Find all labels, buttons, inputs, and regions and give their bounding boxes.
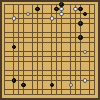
stone-black bbox=[83, 12, 88, 17]
stone-white bbox=[83, 78, 88, 83]
stone-white bbox=[50, 16, 55, 21]
stone-black bbox=[78, 35, 83, 40]
stone-black bbox=[21, 83, 26, 88]
stones-layer bbox=[2, 2, 97, 97]
stone-white bbox=[26, 12, 31, 17]
stone-black bbox=[35, 7, 40, 12]
stone-white bbox=[12, 16, 17, 21]
stone-white bbox=[59, 12, 64, 17]
stone-white bbox=[69, 83, 74, 88]
stone-white bbox=[59, 7, 64, 12]
stone-black bbox=[78, 21, 83, 26]
go-board-screenshot bbox=[0, 0, 100, 100]
stone-black bbox=[12, 78, 17, 83]
stone-black bbox=[78, 7, 83, 12]
go-board[interactable] bbox=[2, 2, 98, 98]
stone-black bbox=[50, 83, 55, 88]
stone-black bbox=[12, 45, 17, 50]
stone-black bbox=[59, 2, 64, 7]
stone-white bbox=[83, 50, 88, 55]
